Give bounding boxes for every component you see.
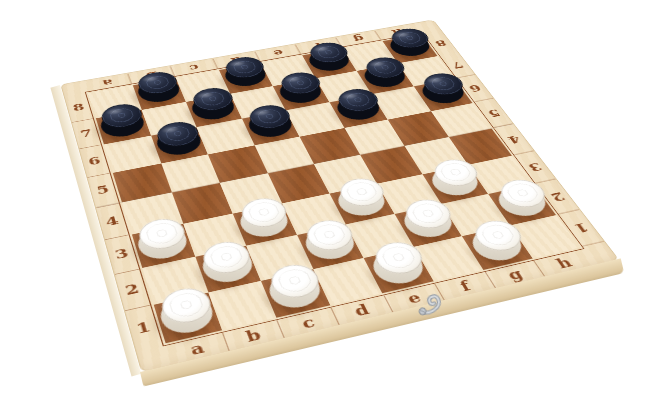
checkers-board: abcdefgh abcdefgh 87654321 87654321 — [60, 20, 619, 373]
product-photo-scene: abcdefgh abcdefgh 87654321 87654321 — [0, 0, 664, 400]
piece-white-b2[interactable] — [199, 238, 255, 277]
square-d2[interactable] — [297, 224, 364, 269]
